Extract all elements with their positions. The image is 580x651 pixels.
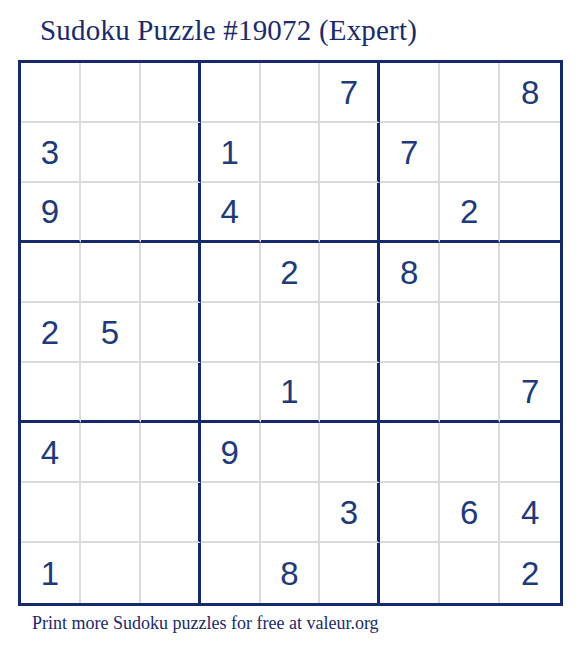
cell-r3c3 [141, 183, 201, 243]
cell-r5c2: 5 [81, 303, 141, 363]
footer-text: Print more Sudoku puzzles for free at va… [32, 613, 379, 634]
cell-r2c5 [261, 123, 321, 183]
cell-r1c1 [21, 63, 81, 123]
cell-r1c4 [201, 63, 261, 123]
cell-r3c8: 2 [440, 183, 500, 243]
cell-r6c5: 1 [261, 363, 321, 423]
cell-r2c1: 3 [21, 123, 81, 183]
cell-r2c9 [500, 123, 560, 183]
cell-r8c7 [380, 483, 440, 543]
cell-r8c9: 4 [500, 483, 560, 543]
cell-r1c9: 8 [500, 63, 560, 123]
sudoku-grid: 7831794228251749364182 [18, 60, 563, 606]
cell-r1c6: 7 [320, 63, 380, 123]
cell-r5c6 [320, 303, 380, 363]
cell-r8c5 [261, 483, 321, 543]
cell-r5c5 [261, 303, 321, 363]
cell-r4c5: 2 [261, 243, 321, 303]
cell-r3c7 [380, 183, 440, 243]
sudoku-page: Sudoku Puzzle #19072 (Expert) 7831794228… [0, 0, 580, 651]
cell-r5c4 [201, 303, 261, 363]
cell-r4c7: 8 [380, 243, 440, 303]
cell-r7c7 [380, 423, 440, 483]
cell-r3c1: 9 [21, 183, 81, 243]
cell-r9c3 [141, 543, 201, 603]
cell-r9c2 [81, 543, 141, 603]
cell-r7c8 [440, 423, 500, 483]
cell-r9c6 [320, 543, 380, 603]
cell-r1c5 [261, 63, 321, 123]
cell-r5c9 [500, 303, 560, 363]
cell-r5c7 [380, 303, 440, 363]
cell-r4c2 [81, 243, 141, 303]
cell-r4c6 [320, 243, 380, 303]
cell-r1c8 [440, 63, 500, 123]
cell-r1c2 [81, 63, 141, 123]
cell-r4c1 [21, 243, 81, 303]
cell-r7c4: 9 [201, 423, 261, 483]
cell-r3c5 [261, 183, 321, 243]
cell-r6c6 [320, 363, 380, 423]
cell-r2c4: 1 [201, 123, 261, 183]
cell-r7c1: 4 [21, 423, 81, 483]
cell-r6c4 [201, 363, 261, 423]
cell-r7c6 [320, 423, 380, 483]
cell-r9c7 [380, 543, 440, 603]
cell-r9c8 [440, 543, 500, 603]
cell-r5c8 [440, 303, 500, 363]
cell-r6c2 [81, 363, 141, 423]
cell-r7c2 [81, 423, 141, 483]
cell-r1c3 [141, 63, 201, 123]
cell-r6c1 [21, 363, 81, 423]
cell-r2c8 [440, 123, 500, 183]
cell-r9c5: 8 [261, 543, 321, 603]
cell-r3c6 [320, 183, 380, 243]
cell-r3c2 [81, 183, 141, 243]
cell-r8c1 [21, 483, 81, 543]
cell-r6c7 [380, 363, 440, 423]
cell-r7c5 [261, 423, 321, 483]
cell-r9c9: 2 [500, 543, 560, 603]
cell-r7c9 [500, 423, 560, 483]
cell-r9c4 [201, 543, 261, 603]
cell-r8c2 [81, 483, 141, 543]
cell-r2c6 [320, 123, 380, 183]
cell-r6c3 [141, 363, 201, 423]
cell-r5c1: 2 [21, 303, 81, 363]
cell-r8c6: 3 [320, 483, 380, 543]
cell-r3c9 [500, 183, 560, 243]
cell-r6c9: 7 [500, 363, 560, 423]
cell-r8c8: 6 [440, 483, 500, 543]
cell-r7c3 [141, 423, 201, 483]
cell-r4c3 [141, 243, 201, 303]
cell-r4c9 [500, 243, 560, 303]
cell-r4c8 [440, 243, 500, 303]
cell-r8c4 [201, 483, 261, 543]
cell-r2c2 [81, 123, 141, 183]
cell-r2c3 [141, 123, 201, 183]
cell-r4c4 [201, 243, 261, 303]
cell-r1c7 [380, 63, 440, 123]
cell-r8c3 [141, 483, 201, 543]
page-title: Sudoku Puzzle #19072 (Expert) [40, 14, 417, 47]
cell-r6c8 [440, 363, 500, 423]
cell-r5c3 [141, 303, 201, 363]
cell-r3c4: 4 [201, 183, 261, 243]
cell-r2c7: 7 [380, 123, 440, 183]
cell-r9c1: 1 [21, 543, 81, 603]
